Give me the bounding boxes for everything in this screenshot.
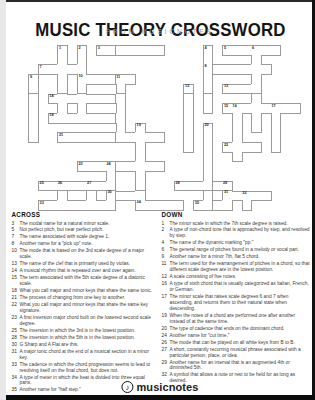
down-clue-item: 27A short, constantly recurring musical … xyxy=(162,347,310,359)
grid-cell-number: 23 xyxy=(78,162,82,167)
grid-cell-number: 27 xyxy=(87,181,91,186)
clue-number: 8 xyxy=(12,241,20,247)
clue-text: A short, constantly recurring musical ph… xyxy=(170,347,310,359)
grid-cell-number: 35 xyxy=(195,201,199,206)
clue-text: When the notes of a chord are performed … xyxy=(170,313,310,325)
grid-cell[interactable] xyxy=(106,200,117,211)
clue-number: 14 xyxy=(12,268,20,274)
clue-text: The name associated with scale degree 1. xyxy=(20,234,158,240)
grid-cell[interactable] xyxy=(271,45,282,56)
grid-cell-number: 14 xyxy=(49,94,53,99)
clue-number: 10 xyxy=(12,248,20,260)
down-section: DOWN 1The minor scale in which the 7th s… xyxy=(162,211,310,385)
page-right-edge xyxy=(312,0,315,400)
clue-text: The mode that is based on the 3rd scale … xyxy=(20,248,158,260)
across-clue-item: 3The modal name for a natural minor scal… xyxy=(12,221,158,227)
grid-cell-number: 11 xyxy=(116,75,120,80)
grid-cell-number: 22 xyxy=(224,143,228,148)
clue-number: 1 xyxy=(162,221,170,227)
clue-number: 11 xyxy=(162,261,170,273)
grid-cell-number: 9 xyxy=(30,75,32,80)
down-clue-item: 26The mode that can be played on all whi… xyxy=(162,340,310,346)
grid-cell[interactable] xyxy=(232,152,243,163)
down-clue-item: 19When the notes of a chord are performe… xyxy=(162,313,310,325)
clue-text: A type of non-chord tone that is approac… xyxy=(170,227,310,239)
clue-text: The general range of pitches found in a … xyxy=(170,247,310,253)
clue-number: 15 xyxy=(12,275,20,287)
grid-cell-number: 28 xyxy=(175,181,179,186)
across-clue-item: 33The cadence in which the chord progres… xyxy=(12,362,158,374)
across-clue-item: 30G Sharp and A Flat are this. xyxy=(12,342,158,348)
clue-number: 33 xyxy=(12,362,20,374)
page-bottom-edge xyxy=(6,395,315,400)
grid-cell[interactable] xyxy=(261,191,272,202)
down-clue-item: 9Another name for a minor 7th, flat 5 ch… xyxy=(162,254,310,260)
down-clue-item: 16A type of sixth chord that is usually … xyxy=(162,281,310,293)
clue-text: The modal name for a natural minor scale… xyxy=(20,221,158,227)
clue-text: The inversion in which the 3rd is in the… xyxy=(20,328,158,334)
across-clue-item: 13The name of the clef that is primarily… xyxy=(12,261,158,267)
grid-cell[interactable] xyxy=(251,123,262,134)
grid-cell[interactable] xyxy=(125,74,136,85)
grid-cell[interactable] xyxy=(154,132,165,143)
clue-number: 22 xyxy=(12,302,20,314)
clue-number: 13 xyxy=(12,261,20,267)
crossword-page: MUSIC THEORY CROSSWORD FROM MUSICNOTES 1… xyxy=(6,0,315,400)
clue-number: 31 xyxy=(12,349,20,361)
grid-cell-number: 25 xyxy=(40,181,44,186)
down-clue-item: 11The term used for the rearrangement of… xyxy=(162,261,310,273)
clue-text: G Sharp and A Flat are this. xyxy=(20,342,158,348)
grid-cell-number: 34 xyxy=(137,200,141,205)
clue-text: Another name for a minor 7th, flat 5 cho… xyxy=(170,254,310,260)
grid-cell[interactable] xyxy=(203,103,214,114)
clue-number: 17 xyxy=(162,294,170,312)
clue-text: The term used for the rearrangement of p… xyxy=(170,261,310,273)
down-clue-item: 24Another name for "cut time." xyxy=(162,333,310,339)
clue-number: 6 xyxy=(162,247,170,253)
down-clue-item: 12A scale consisting of five notes. xyxy=(162,274,310,280)
logo-text: musicnotes xyxy=(136,381,198,393)
grid-cell-number: 13 xyxy=(224,84,228,89)
grid-cell-number: 30 xyxy=(107,190,111,195)
grid-cell-number: 8 xyxy=(204,64,206,69)
grid-cell-number: 15 xyxy=(224,104,228,109)
clue-text: Another name for "cut time." xyxy=(170,333,310,339)
across-clue-item: 5Not perfect pitch, but near perfect pit… xyxy=(12,227,158,233)
clue-text: The name of the dynamic marking "pp." xyxy=(170,240,310,246)
clue-number: 30 xyxy=(12,342,20,348)
down-clue-item: 6The general range of pitches found in a… xyxy=(162,247,310,253)
page-subtitle: FROM MUSICNOTES xyxy=(6,28,315,35)
grid-cell-number: 24 xyxy=(106,162,110,167)
crossword-grid[interactable]: 1234567891011121314151617181920212223242… xyxy=(19,45,301,210)
across-clue-item: 18What you call major and minor keys tha… xyxy=(12,288,158,294)
clue-text: The cadence in which the chord progressi… xyxy=(20,362,158,374)
grid-cell[interactable] xyxy=(28,132,39,143)
grid-cell[interactable] xyxy=(154,45,165,56)
down-clue-item: 1The minor scale in which the 7th scale … xyxy=(162,221,310,227)
clue-number: 25 xyxy=(12,328,20,334)
across-clue-item: 15The term associated with the 5th scale… xyxy=(12,275,158,287)
clue-number: 23 xyxy=(12,315,20,327)
grid-cell-number: 10 xyxy=(78,74,82,79)
grid-cell-number: 20 xyxy=(204,123,208,128)
across-clue-item: 8Another name for a "pick up" note. xyxy=(12,241,158,247)
clue-number: 34 xyxy=(12,375,20,387)
clue-text: The minor scale that raises scale degree… xyxy=(170,294,310,312)
grid-cell-number: 6 xyxy=(252,46,254,51)
across-clue-item: 25The inversion in which the 3rd is in t… xyxy=(12,328,158,334)
clue-text: A scale consisting of five notes. xyxy=(170,274,310,280)
clue-number: 35 xyxy=(12,387,20,393)
clue-text: A major tonic chord at the end of a musi… xyxy=(20,349,158,361)
clue-text: The mode that can be played on all white… xyxy=(170,340,310,346)
down-clue-item: 17The minor scale that raises scale degr… xyxy=(162,294,310,312)
grid-cell[interactable] xyxy=(261,64,272,75)
clue-text: Not perfect pitch, but near perfect pitc… xyxy=(20,227,158,233)
clue-number: 21 xyxy=(12,295,20,301)
clue-text: What you call major and minor keys that … xyxy=(20,302,158,314)
grid-cell-number: 1 xyxy=(59,46,61,51)
down-clue-item: 2A type of non-chord tone that is approa… xyxy=(162,227,310,239)
grid-cell[interactable] xyxy=(242,200,253,211)
down-clue-item: 4The name of the dynamic marking "pp." xyxy=(162,240,310,246)
clue-text: The process of changing from one key to … xyxy=(20,295,158,301)
clue-number: 28 xyxy=(12,335,20,341)
clue-text: Another name for an interval that is an … xyxy=(170,360,310,372)
across-heading: ACROSS xyxy=(12,211,158,218)
clue-number: 20 xyxy=(162,326,170,332)
clue-number: 29 xyxy=(162,360,170,372)
clue-number: 4 xyxy=(162,240,170,246)
across-clue-item: 7The name associated with scale degree 1… xyxy=(12,234,158,240)
grid-cell[interactable] xyxy=(174,200,185,211)
clue-text: What you call major and minor keys that … xyxy=(20,288,158,294)
grid-cell-number: 4 xyxy=(204,46,206,51)
grid-cell-number: 21 xyxy=(59,133,63,138)
grid-cell-number: 26 xyxy=(58,181,62,186)
across-clue-item: 23A first inversion major chord built on… xyxy=(12,315,158,327)
clue-number: 18 xyxy=(12,288,20,294)
clue-text: A type of sixth chord that is usually ca… xyxy=(170,281,310,293)
down-clue-list: 1The minor scale in which the 7th scale … xyxy=(162,221,310,385)
clue-text: The term associated with the 5th scale d… xyxy=(20,275,158,287)
across-clue-item: 22What you call major and minor keys tha… xyxy=(12,302,158,314)
down-heading: DOWN xyxy=(162,211,310,218)
grid-cell-number: 33 xyxy=(40,201,44,206)
grid-cell[interactable] xyxy=(251,142,262,153)
across-clue-list: 3The modal name for a natural minor scal… xyxy=(12,221,158,394)
across-clue-item: 14A musical rhythm that is repeated over… xyxy=(12,268,158,274)
grid-cell-number: 2 xyxy=(78,46,80,51)
down-clue-item: 29Another name for an interval that is a… xyxy=(162,360,310,372)
page-top-edge xyxy=(6,0,315,2)
across-clue-item: 10The mode that is based on the 3rd scal… xyxy=(12,248,158,260)
grid-cell-number: 17 xyxy=(271,104,275,109)
clue-number: 26 xyxy=(162,340,170,346)
down-clue-item: 20The type of cadence that ends on the d… xyxy=(162,326,310,332)
clue-number: 16 xyxy=(162,281,170,293)
across-clue-item: 21The process of changing from one key t… xyxy=(12,295,158,301)
grid-cell[interactable] xyxy=(271,142,282,153)
clue-number: 27 xyxy=(162,347,170,359)
clue-number: 2 xyxy=(162,227,170,239)
clue-text: A first inversion major chord built on t… xyxy=(20,315,158,327)
grid-cell-number: 12 xyxy=(185,84,189,89)
clue-number: 5 xyxy=(12,227,20,233)
clue-text: A musical rhythm that is repeated over a… xyxy=(20,268,158,274)
grid-cell[interactable] xyxy=(183,142,194,153)
musicnotes-logo: ♪ musicnotes xyxy=(121,381,198,393)
across-clue-item: 28The inversion in which the 5th is in t… xyxy=(12,335,158,341)
grid-cell-number: 19 xyxy=(137,123,141,128)
grid-cell[interactable] xyxy=(222,200,233,211)
clue-text: Another name for a "pick up" note. xyxy=(20,241,158,247)
clue-text: The name of the clef that is primarily u… xyxy=(20,261,158,267)
grid-cell[interactable] xyxy=(154,161,165,172)
clue-text: The inversion in which the 5th is in the… xyxy=(20,335,158,341)
grid-cell-number: 7 xyxy=(40,65,42,70)
grid-cell-number: 18 xyxy=(49,113,53,118)
clue-number: 12 xyxy=(162,274,170,280)
clue-number: 9 xyxy=(162,254,170,260)
grid-cell-number: 16 xyxy=(233,104,237,109)
across-section: ACROSS 3The modal name for a natural min… xyxy=(12,211,158,394)
grid-cell[interactable] xyxy=(290,103,301,114)
clue-text: The type of cadence that ends on the dom… xyxy=(170,326,310,332)
across-clue-item: 31A major tonic chord at the end of a mu… xyxy=(12,349,158,361)
grid-cell-number: 3 xyxy=(98,46,100,51)
clue-text: The minor scale in which the 7th scale d… xyxy=(170,221,310,227)
grid-cell-number: 31 xyxy=(224,190,228,195)
grid-cell-number: 32 xyxy=(242,191,246,196)
grid-cell-number: 29 xyxy=(223,181,227,186)
clue-number: 3 xyxy=(12,221,20,227)
grid-cell-number: 5 xyxy=(224,46,226,51)
eighth-note-icon: ♪ xyxy=(121,381,133,393)
clue-number: 7 xyxy=(12,234,20,240)
clue-number: 24 xyxy=(162,333,170,339)
clue-number: 19 xyxy=(162,313,170,325)
